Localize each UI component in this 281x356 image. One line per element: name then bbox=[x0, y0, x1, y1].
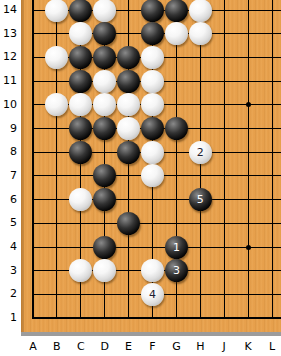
col-label-B: B bbox=[49, 340, 65, 353]
white-stone[interactable] bbox=[165, 22, 188, 45]
col-label-H: H bbox=[192, 340, 208, 353]
black-stone[interactable] bbox=[165, 0, 188, 22]
row-label-8: 8 bbox=[0, 145, 17, 158]
row-label-1: 1 bbox=[0, 311, 17, 324]
white-stone[interactable] bbox=[117, 117, 140, 140]
white-stone[interactable] bbox=[141, 141, 164, 164]
black-stone[interactable] bbox=[69, 70, 92, 93]
black-stone[interactable] bbox=[69, 0, 92, 22]
col-label-C: C bbox=[73, 340, 89, 353]
row-label-6: 6 bbox=[0, 193, 17, 206]
white-stone-move-2[interactable]: 2 bbox=[189, 141, 212, 164]
black-stone[interactable] bbox=[93, 164, 116, 187]
black-stone[interactable] bbox=[69, 141, 92, 164]
star-point bbox=[246, 245, 251, 250]
row-label-10: 10 bbox=[0, 98, 17, 111]
col-label-E: E bbox=[121, 340, 137, 353]
row-label-13: 13 bbox=[0, 27, 17, 40]
grid-line-vertical bbox=[32, 0, 34, 319]
black-stone[interactable] bbox=[141, 0, 164, 22]
row-label-7: 7 bbox=[0, 169, 17, 182]
white-stone[interactable] bbox=[93, 70, 116, 93]
black-stone[interactable] bbox=[93, 22, 116, 45]
row-label-11: 11 bbox=[0, 74, 17, 87]
col-label-L: L bbox=[264, 340, 280, 353]
row-label-3: 3 bbox=[0, 264, 17, 277]
white-stone[interactable] bbox=[45, 0, 68, 22]
row-label-4: 4 bbox=[0, 240, 17, 253]
black-stone[interactable] bbox=[117, 70, 140, 93]
col-label-F: F bbox=[145, 340, 161, 353]
black-stone[interactable] bbox=[141, 117, 164, 140]
row-label-14: 14 bbox=[0, 3, 17, 16]
grid-line-vertical bbox=[248, 0, 249, 319]
white-stone[interactable] bbox=[69, 22, 92, 45]
col-label-D: D bbox=[97, 340, 113, 353]
black-stone[interactable] bbox=[93, 188, 116, 211]
black-stone-move-5[interactable]: 5 bbox=[189, 188, 212, 211]
white-stone[interactable] bbox=[93, 93, 116, 116]
grid-line-horizontal bbox=[33, 317, 281, 319]
col-label-K: K bbox=[240, 340, 256, 353]
white-stone[interactable] bbox=[141, 93, 164, 116]
white-stone[interactable] bbox=[69, 93, 92, 116]
row-label-2: 2 bbox=[0, 287, 17, 300]
grid-line-horizontal bbox=[33, 223, 281, 224]
star-point bbox=[246, 102, 251, 107]
grid-line-horizontal bbox=[33, 247, 281, 248]
white-stone[interactable] bbox=[189, 22, 212, 45]
board-left-edge-shade bbox=[21, 0, 24, 332]
black-stone[interactable] bbox=[117, 141, 140, 164]
col-label-J: J bbox=[216, 340, 232, 353]
board-bottom-edge-shadow bbox=[21, 332, 281, 336]
white-stone[interactable] bbox=[141, 46, 164, 69]
grid-line-vertical bbox=[224, 0, 225, 319]
white-stone[interactable] bbox=[45, 46, 68, 69]
row-label-5: 5 bbox=[0, 216, 17, 229]
col-label-G: G bbox=[168, 340, 184, 353]
white-stone[interactable] bbox=[93, 0, 116, 22]
black-stone[interactable] bbox=[165, 117, 188, 140]
black-stone[interactable] bbox=[117, 46, 140, 69]
row-label-12: 12 bbox=[0, 50, 17, 63]
black-stone-move-1[interactable]: 1 bbox=[165, 236, 188, 259]
black-stone[interactable] bbox=[93, 46, 116, 69]
white-stone[interactable] bbox=[69, 259, 92, 282]
black-stone[interactable] bbox=[93, 236, 116, 259]
white-stone[interactable] bbox=[117, 93, 140, 116]
black-stone[interactable] bbox=[69, 46, 92, 69]
white-stone-move-4[interactable]: 4 bbox=[141, 283, 164, 306]
white-stone[interactable] bbox=[141, 259, 164, 282]
go-diagram-page: { "game": "go", "board": { "view": "bott… bbox=[0, 0, 281, 356]
white-stone[interactable] bbox=[93, 259, 116, 282]
white-stone[interactable] bbox=[189, 0, 212, 22]
row-label-9: 9 bbox=[0, 122, 17, 135]
black-stone[interactable] bbox=[93, 117, 116, 140]
black-stone[interactable] bbox=[69, 117, 92, 140]
black-stone-move-3[interactable]: 3 bbox=[165, 259, 188, 282]
black-stone[interactable] bbox=[141, 22, 164, 45]
go-board[interactable]: 25134 bbox=[21, 0, 281, 332]
black-stone[interactable] bbox=[117, 212, 140, 235]
white-stone[interactable] bbox=[69, 188, 92, 211]
col-label-A: A bbox=[25, 340, 41, 353]
grid-line-vertical bbox=[272, 0, 273, 319]
white-stone[interactable] bbox=[141, 164, 164, 187]
white-stone[interactable] bbox=[141, 70, 164, 93]
white-stone[interactable] bbox=[45, 93, 68, 116]
